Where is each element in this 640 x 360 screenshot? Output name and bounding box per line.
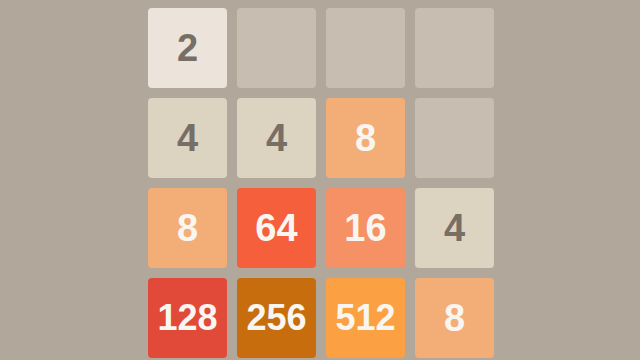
tile-256-r4c2: 256 — [237, 278, 316, 358]
empty-cell-r2c4 — [415, 98, 494, 178]
tile-4-r2c2: 4 — [237, 98, 316, 178]
tile-128-r4c1: 128 — [148, 278, 227, 358]
empty-cell-r1c3 — [326, 8, 405, 88]
game-background: 24488641641282565128 — [0, 0, 640, 360]
tile-8-r3c1: 8 — [148, 188, 227, 268]
tile-16-r3c3: 16 — [326, 188, 405, 268]
tile-2-r1c1: 2 — [148, 8, 227, 88]
tile-8-r4c4: 8 — [415, 278, 494, 358]
tile-8-r2c3: 8 — [326, 98, 405, 178]
tile-4-r3c4: 4 — [415, 188, 494, 268]
board-2048[interactable]: 24488641641282565128 — [148, 8, 494, 358]
tile-512-r4c3: 512 — [326, 278, 405, 358]
tile-4-r2c1: 4 — [148, 98, 227, 178]
empty-cell-r1c4 — [415, 8, 494, 88]
tile-64-r3c2: 64 — [237, 188, 316, 268]
empty-cell-r1c2 — [237, 8, 316, 88]
